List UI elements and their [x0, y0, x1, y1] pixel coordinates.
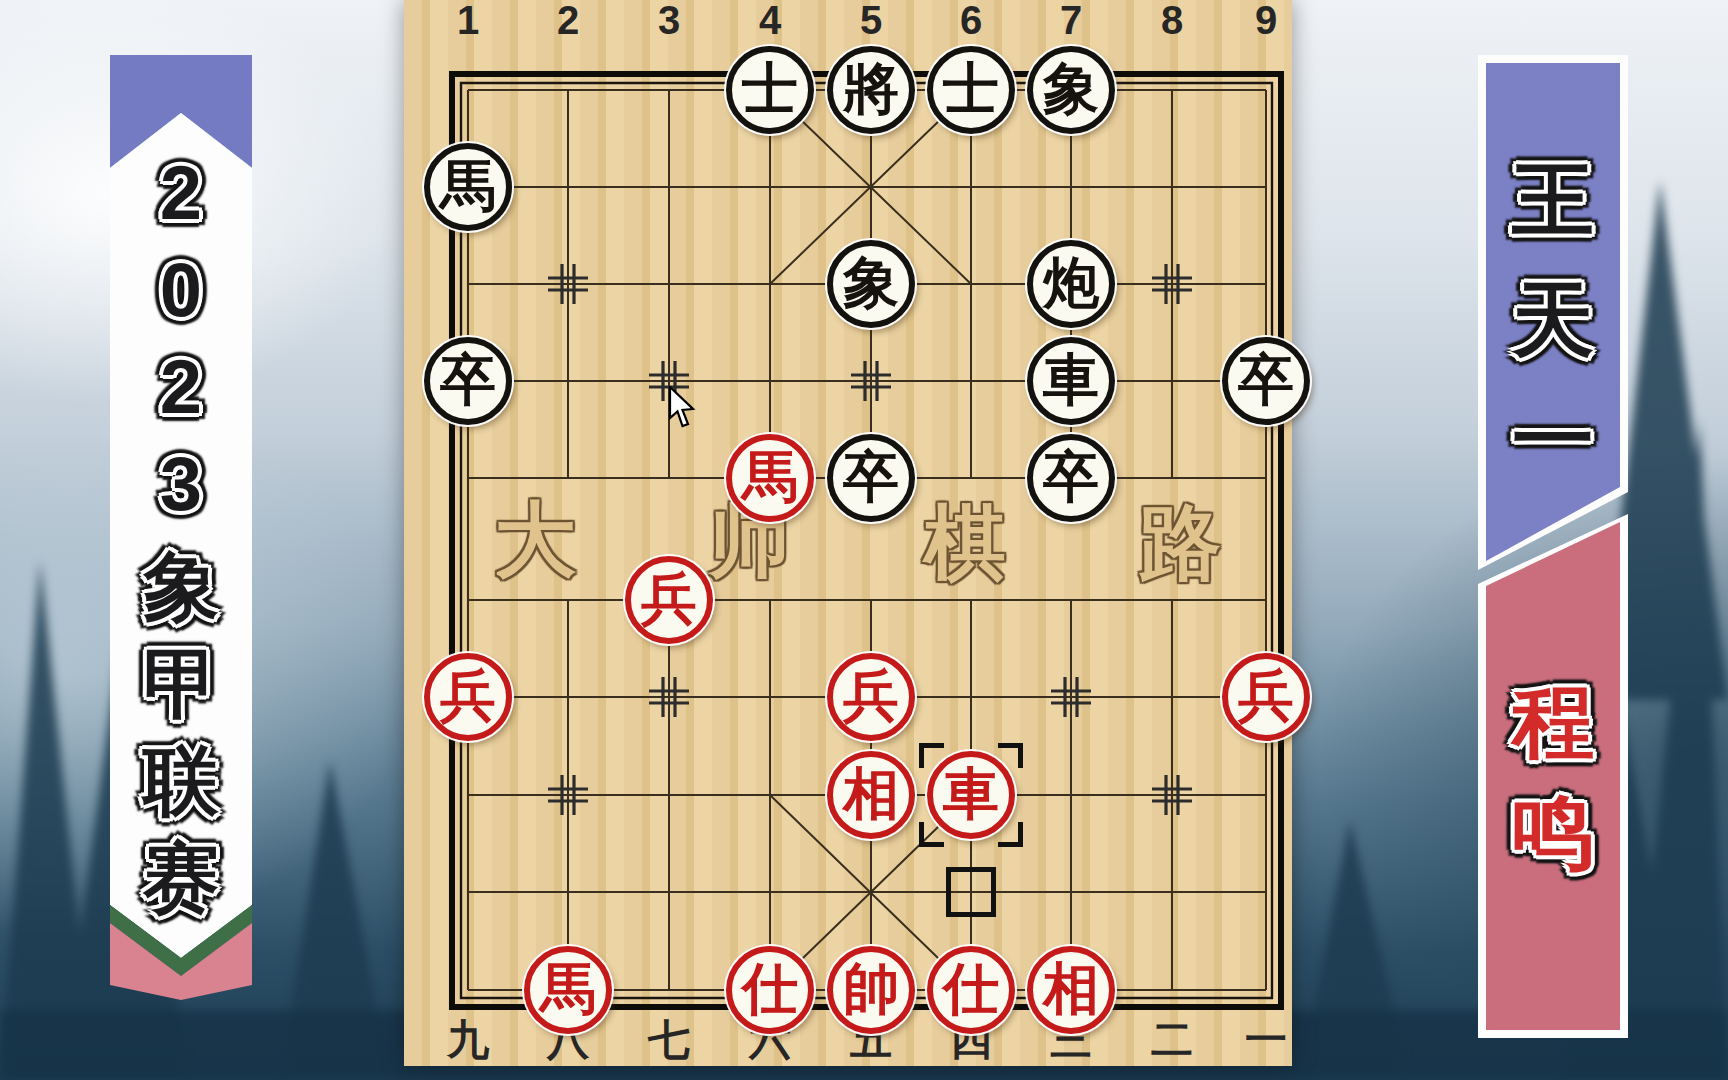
- piece-red-馬[interactable]: 馬: [524, 946, 612, 1034]
- file-number-top: 3: [647, 0, 691, 43]
- event-title-char: 2: [110, 343, 252, 430]
- river-watermark-char: 路: [1134, 497, 1226, 589]
- player-top-char: 王: [1478, 146, 1628, 256]
- event-title-char: 赛: [110, 828, 252, 931]
- piece-black-象[interactable]: 象: [1027, 46, 1115, 134]
- river-watermark-char: 大: [489, 494, 581, 586]
- file-number-top: 7: [1049, 0, 1093, 43]
- piece-red-仕[interactable]: 仕: [927, 946, 1015, 1034]
- piece-black-卒[interactable]: 卒: [827, 434, 915, 522]
- file-number-top: 1: [446, 0, 490, 43]
- piece-red-帥[interactable]: 帥: [827, 946, 915, 1034]
- piece-black-卒[interactable]: 卒: [1027, 434, 1115, 522]
- event-title-char: 甲: [110, 634, 252, 737]
- piece-red-相[interactable]: 相: [827, 751, 915, 839]
- player-top-char: 天: [1478, 266, 1628, 376]
- event-title-char: 2: [110, 149, 252, 236]
- piece-red-兵[interactable]: 兵: [424, 653, 512, 741]
- file-number-bottom: 七: [647, 1012, 691, 1068]
- piece-black-卒[interactable]: 卒: [1222, 337, 1310, 425]
- file-number-top: 5: [849, 0, 893, 43]
- file-number-bottom: 一: [1244, 1012, 1288, 1068]
- last-move-origin-marker: [946, 867, 996, 917]
- file-number-top: 8: [1150, 0, 1194, 43]
- file-number-bottom: 九: [446, 1012, 490, 1068]
- piece-red-兵[interactable]: 兵: [1222, 653, 1310, 741]
- piece-black-將[interactable]: 將: [827, 46, 915, 134]
- piece-red-馬[interactable]: 馬: [726, 434, 814, 522]
- player-bottom-char: 鸣: [1478, 778, 1628, 888]
- event-title-char: 3: [110, 440, 252, 527]
- event-title-char: 象: [110, 537, 252, 640]
- piece-black-士[interactable]: 士: [726, 46, 814, 134]
- event-title-char: 联: [110, 731, 252, 834]
- player-ribbon-red: 程鸣: [1478, 514, 1628, 1038]
- mouse-cursor: [668, 386, 698, 430]
- file-number-top: 6: [949, 0, 993, 43]
- player-bottom-char: 程: [1478, 668, 1628, 778]
- piece-black-車[interactable]: 車: [1027, 337, 1115, 425]
- piece-red-兵[interactable]: 兵: [827, 653, 915, 741]
- event-title-char: 0: [110, 246, 252, 333]
- file-number-top: 9: [1244, 0, 1288, 43]
- xiangqi-board: 123456789 九八七六五四三二一 大 师 棋 路 士將士象馬象炮卒車卒卒卒…: [404, 0, 1292, 1066]
- piece-red-仕[interactable]: 仕: [726, 946, 814, 1034]
- piece-red-兵[interactable]: 兵: [625, 556, 713, 644]
- file-number-top: 4: [748, 0, 792, 43]
- player-ribbon-black: 王天一: [1478, 55, 1628, 578]
- piece-black-卒[interactable]: 卒: [424, 337, 512, 425]
- broadcast-frame: 123456789 九八七六五四三二一 大 师 棋 路 士將士象馬象炮卒車卒卒卒…: [0, 0, 1728, 1080]
- event-banner: 2023象甲联赛: [110, 55, 252, 1000]
- piece-red-相[interactable]: 相: [1027, 946, 1115, 1034]
- piece-black-象[interactable]: 象: [827, 240, 915, 328]
- player-top-char: 一: [1478, 386, 1628, 496]
- piece-black-馬[interactable]: 馬: [424, 143, 512, 231]
- piece-black-炮[interactable]: 炮: [1027, 240, 1115, 328]
- piece-black-士[interactable]: 士: [927, 46, 1015, 134]
- river-watermark-char: 棋: [919, 497, 1011, 589]
- file-number-top: 2: [546, 0, 590, 43]
- piece-red-車[interactable]: 車: [927, 751, 1015, 839]
- file-number-bottom: 二: [1150, 1012, 1194, 1068]
